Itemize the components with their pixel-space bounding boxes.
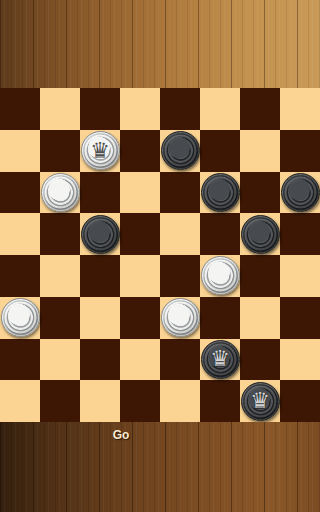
square-c3[interactable] xyxy=(80,297,120,339)
square-h3[interactable] xyxy=(280,297,320,339)
square-d8[interactable] xyxy=(120,88,160,130)
square-h6[interactable] xyxy=(280,172,320,214)
square-h7[interactable] xyxy=(280,130,320,172)
square-h5[interactable] xyxy=(280,213,320,255)
square-a3[interactable] xyxy=(0,297,40,339)
board: ♛♛♛ xyxy=(0,88,320,422)
square-a8[interactable] xyxy=(0,88,40,130)
square-c5[interactable] xyxy=(80,213,120,255)
square-e2[interactable] xyxy=(160,339,200,381)
square-f1[interactable] xyxy=(200,380,240,422)
square-a4[interactable] xyxy=(0,255,40,297)
square-d3[interactable] xyxy=(120,297,160,339)
square-g6[interactable] xyxy=(240,172,280,214)
square-f3[interactable] xyxy=(200,297,240,339)
square-a6[interactable] xyxy=(0,172,40,214)
black-man-piece[interactable] xyxy=(81,215,120,254)
square-g7[interactable] xyxy=(240,130,280,172)
square-g1[interactable]: ♛ xyxy=(240,380,280,422)
square-b3[interactable] xyxy=(40,297,80,339)
square-h2[interactable] xyxy=(280,339,320,381)
white-man-piece[interactable] xyxy=(201,256,240,295)
crown-icon: ♛ xyxy=(202,341,239,378)
square-b7[interactable] xyxy=(40,130,80,172)
square-d7[interactable] xyxy=(120,130,160,172)
square-f8[interactable] xyxy=(200,88,240,130)
black-man-piece[interactable] xyxy=(281,173,320,212)
square-b2[interactable] xyxy=(40,339,80,381)
square-c1[interactable] xyxy=(80,380,120,422)
black-king-piece[interactable]: ♛ xyxy=(241,382,280,421)
black-man-piece[interactable] xyxy=(201,173,240,212)
square-c2[interactable] xyxy=(80,339,120,381)
square-d2[interactable] xyxy=(120,339,160,381)
square-a5[interactable] xyxy=(0,213,40,255)
crown-icon: ♛ xyxy=(242,383,279,420)
square-f7[interactable] xyxy=(200,130,240,172)
square-e5[interactable] xyxy=(160,213,200,255)
square-b8[interactable] xyxy=(40,88,80,130)
square-d4[interactable] xyxy=(120,255,160,297)
white-man-piece[interactable] xyxy=(41,173,80,212)
square-a7[interactable] xyxy=(0,130,40,172)
square-e4[interactable] xyxy=(160,255,200,297)
square-b1[interactable] xyxy=(40,380,80,422)
square-f6[interactable] xyxy=(200,172,240,214)
square-g2[interactable] xyxy=(240,339,280,381)
square-e6[interactable] xyxy=(160,172,200,214)
square-b5[interactable] xyxy=(40,213,80,255)
square-d1[interactable] xyxy=(120,380,160,422)
black-man-piece[interactable] xyxy=(161,131,200,170)
square-c6[interactable] xyxy=(80,172,120,214)
square-d5[interactable] xyxy=(120,213,160,255)
wood-top-background xyxy=(0,0,320,88)
square-h8[interactable] xyxy=(280,88,320,130)
square-b4[interactable] xyxy=(40,255,80,297)
white-king-piece[interactable]: ♛ xyxy=(81,131,120,170)
square-g8[interactable] xyxy=(240,88,280,130)
square-f5[interactable] xyxy=(200,213,240,255)
crown-icon: ♛ xyxy=(82,132,119,169)
square-g4[interactable] xyxy=(240,255,280,297)
app-screen: ♛♛♛ Go xyxy=(0,0,320,512)
black-king-piece[interactable]: ♛ xyxy=(201,340,240,379)
square-e3[interactable] xyxy=(160,297,200,339)
square-e7[interactable] xyxy=(160,130,200,172)
square-b6[interactable] xyxy=(40,172,80,214)
square-c4[interactable] xyxy=(80,255,120,297)
square-h1[interactable] xyxy=(280,380,320,422)
square-h4[interactable] xyxy=(280,255,320,297)
square-a2[interactable] xyxy=(0,339,40,381)
white-man-piece[interactable] xyxy=(1,298,40,337)
go-button[interactable]: Go xyxy=(104,426,138,444)
square-g5[interactable] xyxy=(240,213,280,255)
square-e1[interactable] xyxy=(160,380,200,422)
square-g3[interactable] xyxy=(240,297,280,339)
square-a1[interactable] xyxy=(0,380,40,422)
square-d6[interactable] xyxy=(120,172,160,214)
square-f4[interactable] xyxy=(200,255,240,297)
square-c8[interactable] xyxy=(80,88,120,130)
square-c7[interactable]: ♛ xyxy=(80,130,120,172)
square-f2[interactable]: ♛ xyxy=(200,339,240,381)
wood-bottom-background xyxy=(0,422,320,512)
black-man-piece[interactable] xyxy=(241,215,280,254)
white-man-piece[interactable] xyxy=(161,298,200,337)
square-e8[interactable] xyxy=(160,88,200,130)
